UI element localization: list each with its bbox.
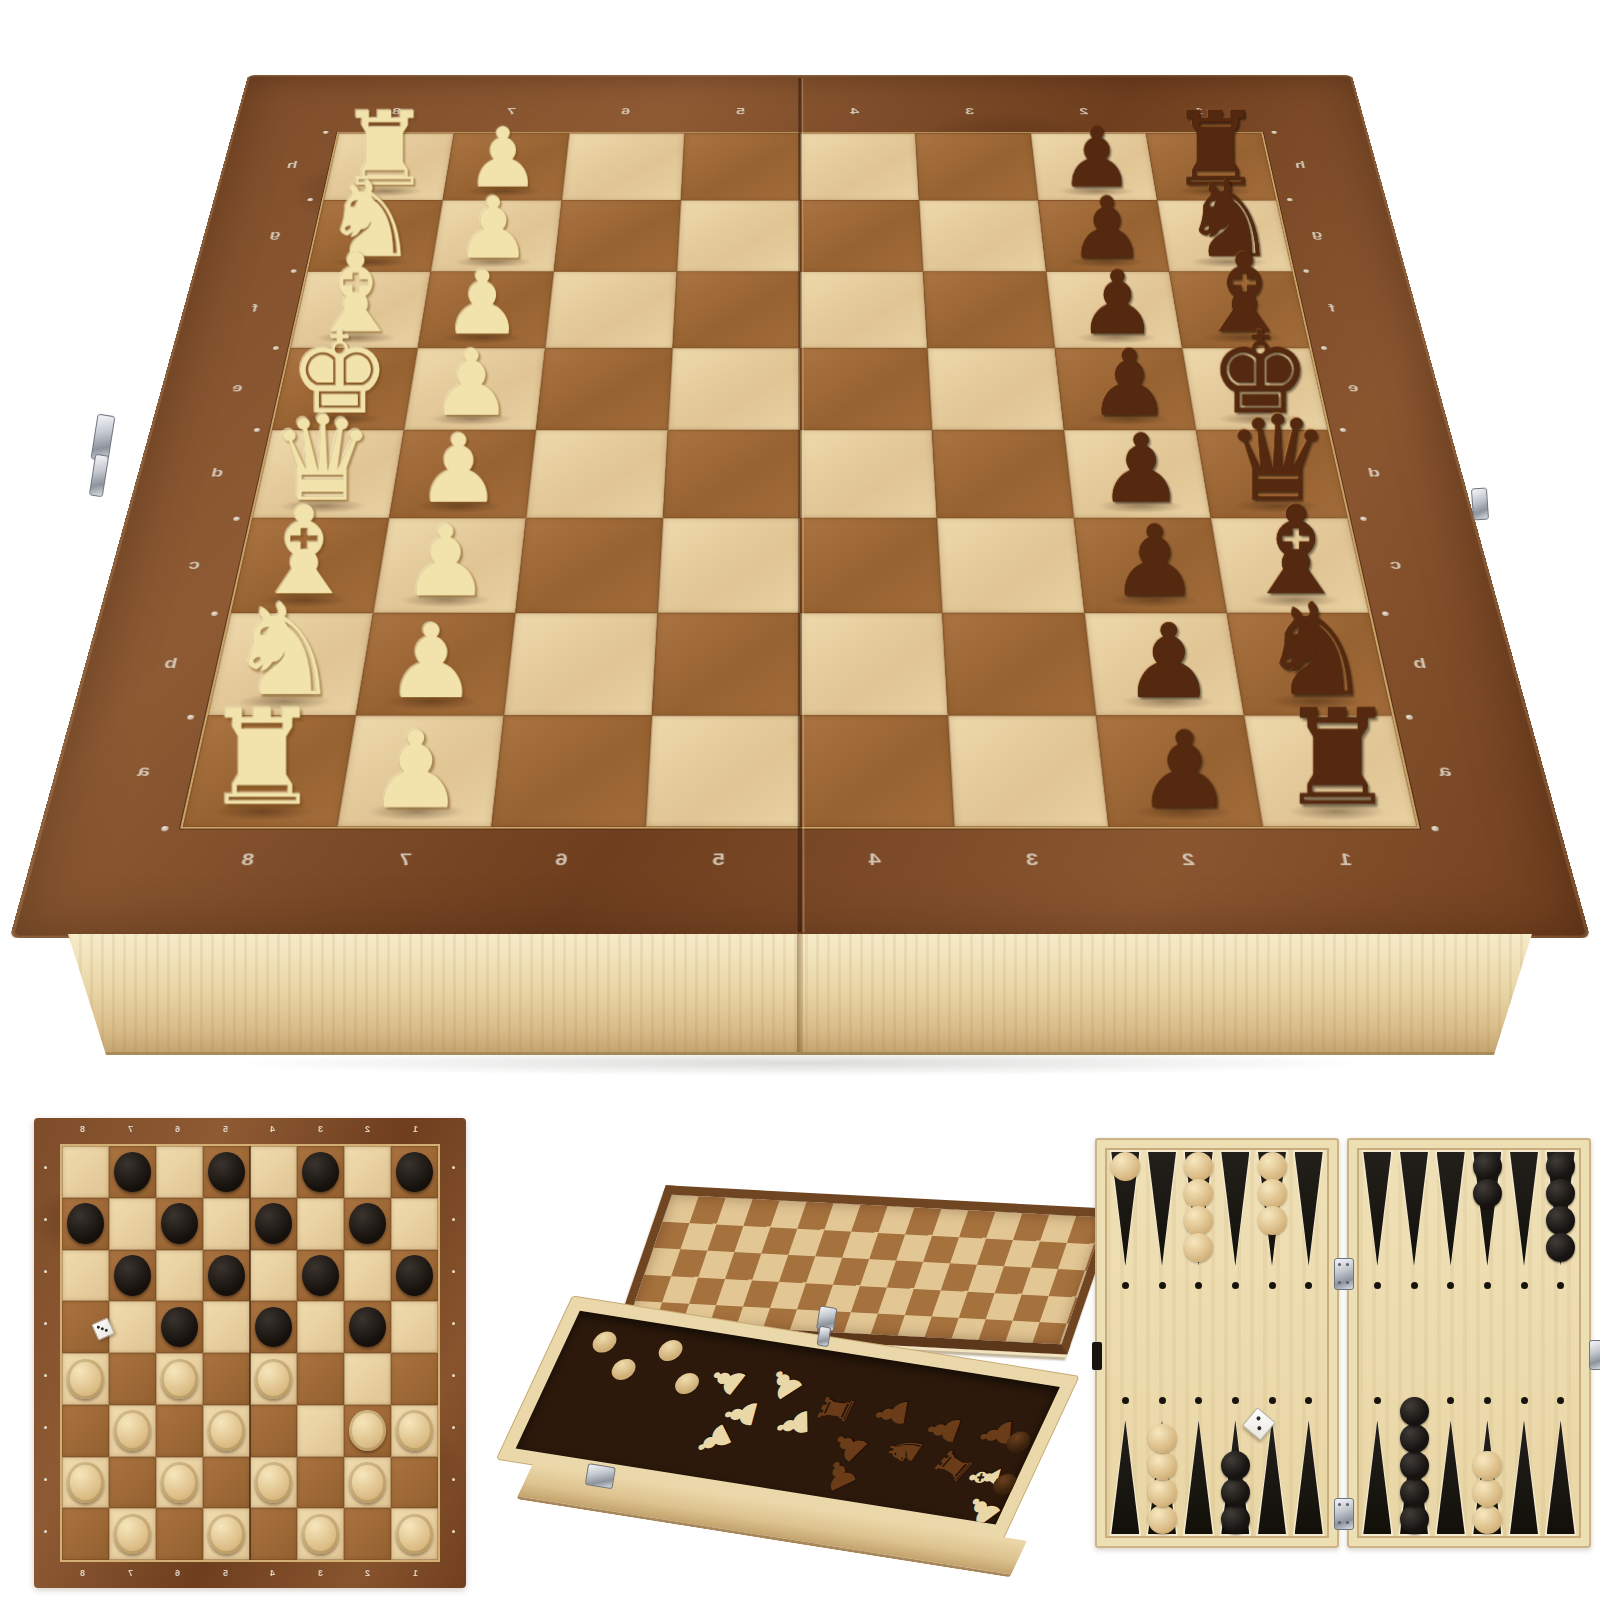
bg-point-bottom-1 xyxy=(1109,1418,1141,1536)
coord-rank-bottom-6: 6 xyxy=(554,850,568,870)
bg-hole-top xyxy=(1484,1282,1491,1289)
checkers-square-r4c5 xyxy=(250,1301,297,1353)
ck-coord-bottom-7: 7 xyxy=(128,1568,133,1578)
coord-file-left-a: a xyxy=(136,761,153,780)
checkers-square-r1c4 xyxy=(203,1146,250,1198)
chess-piece-black-r: ♜ xyxy=(1244,716,1417,827)
bg-checker-black-pt8 xyxy=(1400,1451,1429,1480)
bg-checker-black-pt8 xyxy=(1400,1424,1429,1453)
bg-checker-light-pt10 xyxy=(1473,1451,1502,1480)
stored-pawn-light: ♟ xyxy=(688,1417,740,1465)
clasp-right-icon xyxy=(1471,487,1489,520)
stored-pawn-dark: ♟ xyxy=(918,1413,969,1448)
checkers-square-r5c2 xyxy=(109,1353,156,1405)
coord-file-left-f: f xyxy=(250,302,259,315)
clasp-catch-icon xyxy=(89,454,109,498)
ck-coord-top-5: 5 xyxy=(223,1124,228,1134)
checkers-square-r1c1 xyxy=(62,1146,109,1198)
checker-light xyxy=(208,1514,245,1554)
checkers-square-r8c5 xyxy=(250,1508,297,1560)
checkers-square-r2c8 xyxy=(391,1198,438,1250)
ck-side-dot xyxy=(44,1270,47,1273)
folded-box-photo: ♟♟♟♟♟♜♟♟♞♟♜♟♟♝♟ xyxy=(525,1105,1085,1600)
ck-coord-top-1: 1 xyxy=(413,1124,418,1134)
bg-point-bottom-12 xyxy=(1545,1418,1577,1536)
bg-hole-top xyxy=(1305,1282,1312,1289)
ck-coord-top-7: 7 xyxy=(128,1124,133,1134)
bg-checker-light-pt3 xyxy=(1184,1233,1213,1262)
pearl-inlay xyxy=(1287,198,1293,201)
coord-rank-top-3: 3 xyxy=(964,106,974,117)
ck-coord-bottom-1: 1 xyxy=(413,1568,418,1578)
piece-glyph: ♟ xyxy=(339,717,493,824)
backgammon-photo xyxy=(1095,1070,1600,1600)
coord-file-right-a: a xyxy=(1437,761,1454,780)
checkers-board: 8877665544332211 xyxy=(34,1118,466,1588)
checkers-square-r8c1 xyxy=(62,1508,109,1560)
box-side-edge xyxy=(68,934,1532,1055)
checkers-square-r7c5 xyxy=(250,1457,297,1509)
piece-glyph: ♜ xyxy=(1261,692,1415,825)
checker-black xyxy=(302,1152,339,1192)
piece-glyph: ♟ xyxy=(1083,513,1225,612)
bg-point-bottom-11 xyxy=(1508,1418,1540,1536)
ck-coord-top-8: 8 xyxy=(80,1124,85,1134)
checkers-square-r3c7 xyxy=(344,1250,391,1302)
coord-rank-top-1: 1 xyxy=(1193,106,1204,117)
piece-glyph: ♟ xyxy=(1107,717,1261,824)
ck-coord-bottom-6: 6 xyxy=(175,1568,180,1578)
checkers-square-r8c4 xyxy=(203,1508,250,1560)
coord-rank-top-4: 4 xyxy=(850,106,859,117)
coord-file-left-g: g xyxy=(269,228,283,240)
ck-side-dot xyxy=(452,1322,455,1325)
point-fill xyxy=(1148,1152,1176,1266)
checkers-square-r7c2 xyxy=(109,1457,156,1509)
point-fill xyxy=(1437,1420,1465,1534)
ck-coord-bottom-3: 3 xyxy=(318,1568,323,1578)
ck-side-dot xyxy=(44,1478,47,1481)
box-clasp2-icon xyxy=(585,1463,616,1489)
coord-file-right-c: c xyxy=(1388,556,1403,572)
ck-side-dot xyxy=(44,1322,47,1325)
checkers-square-r5c4 xyxy=(203,1353,250,1405)
checker-light xyxy=(349,1410,386,1450)
checkers-square-r7c6 xyxy=(297,1457,344,1509)
checkers-square-r2c5 xyxy=(250,1198,297,1250)
checkers-square-r8c2 xyxy=(109,1508,156,1560)
bg-hole-bottom xyxy=(1557,1397,1564,1404)
chess-piece-white-p: ♟ xyxy=(337,716,504,827)
checkers-square-r5c8 xyxy=(391,1353,438,1405)
ck-side-dot xyxy=(44,1166,47,1169)
bg-hole-bottom xyxy=(1305,1397,1312,1404)
checkers-square-r2c1 xyxy=(62,1198,109,1250)
backgammon-right-half xyxy=(1347,1138,1591,1548)
piece-glyph: ♟ xyxy=(1073,422,1209,517)
hinge-bottom-icon xyxy=(1334,1498,1354,1530)
bg-checker-light-pt5 xyxy=(1258,1206,1287,1235)
bg-checker-light-pt2 xyxy=(1148,1505,1177,1534)
checkers-fold-seam xyxy=(249,1146,251,1560)
ck-side-dot xyxy=(452,1218,455,1221)
ck-side-dot xyxy=(44,1374,47,1377)
bg-hole-top xyxy=(1557,1282,1564,1289)
piece-glyph: ♟ xyxy=(358,611,505,714)
point-fill xyxy=(1510,1152,1538,1266)
point-fill xyxy=(1547,1420,1575,1534)
bg-hole-top xyxy=(1122,1282,1129,1289)
ck-coord-bottom-5: 5 xyxy=(223,1568,228,1578)
checkers-square-r3c2 xyxy=(109,1250,156,1302)
checkers-square-r7c4 xyxy=(203,1457,250,1509)
coord-rank-top-5: 5 xyxy=(735,106,744,117)
checkers-square-r6c6 xyxy=(297,1405,344,1457)
checkers-square-r2c6 xyxy=(297,1198,344,1250)
checker-black xyxy=(114,1152,151,1192)
coord-rank-top-7: 7 xyxy=(506,106,517,117)
checkers-square-r1c6 xyxy=(297,1146,344,1198)
bg-point-top-8 xyxy=(1398,1150,1430,1268)
checkers-square-r4c3 xyxy=(156,1301,203,1353)
checkers-square-r4c7 xyxy=(344,1301,391,1353)
checkers-square-r1c8 xyxy=(391,1146,438,1198)
checkers-square-r7c7 xyxy=(344,1457,391,1509)
ck-coord-bottom-4: 4 xyxy=(270,1568,275,1578)
coord-file-left-c: c xyxy=(187,556,202,572)
checkers-square-r3c5 xyxy=(250,1250,297,1302)
bg-hole-top xyxy=(1521,1282,1528,1289)
checkers-square-r4c4 xyxy=(203,1301,250,1353)
checker-black xyxy=(208,1255,245,1295)
checkers-square-r8c6 xyxy=(297,1508,344,1560)
bg-checker-light-pt5 xyxy=(1258,1152,1287,1181)
chess-piece-black-p: ♟ xyxy=(1085,613,1245,716)
bg-hole-top xyxy=(1447,1282,1454,1289)
bg-point-bottom-3 xyxy=(1183,1418,1215,1536)
checker-light xyxy=(67,1359,104,1399)
ck-side-dot xyxy=(44,1530,47,1533)
chess-piece-white-p: ♟ xyxy=(356,613,516,716)
bg-checker-light-pt2 xyxy=(1148,1451,1177,1480)
backgammon-left-half xyxy=(1095,1138,1339,1548)
point-fill xyxy=(1437,1152,1465,1266)
checker-light xyxy=(67,1462,104,1502)
bg-checker-black-pt10 xyxy=(1473,1152,1502,1181)
bg-checker-black-pt8 xyxy=(1400,1505,1429,1534)
bg-checker-black-pt12 xyxy=(1546,1206,1575,1235)
checker-light xyxy=(208,1410,245,1450)
bg-point-top-4 xyxy=(1219,1150,1251,1268)
checkers-square-r5c7 xyxy=(344,1353,391,1405)
bg-checker-light-pt3 xyxy=(1184,1206,1213,1235)
coord-file-right-d: d xyxy=(1366,465,1381,480)
bg-hole-bottom xyxy=(1232,1397,1239,1404)
bg-panel-left xyxy=(1107,1150,1327,1536)
point-fill xyxy=(1295,1152,1323,1266)
chess-board: ♜♞♝♚♛♝♞♜♟♟♟♟♟♟♟♟♟♟♟♟♟♟♟♟♜♞♝♚♛♝♞♜ hhggffe… xyxy=(9,75,1590,938)
bg-point-bottom-7 xyxy=(1361,1418,1393,1536)
checkers-square-r4c2 xyxy=(109,1301,156,1353)
bg-checker-black-pt8 xyxy=(1400,1397,1429,1426)
piece-glyph: ♟ xyxy=(375,513,517,612)
bg-checker-black-pt8 xyxy=(1400,1478,1429,1507)
ck-coord-top-4: 4 xyxy=(270,1124,275,1134)
checkers-square-r8c7 xyxy=(344,1508,391,1560)
point-fill xyxy=(1400,1152,1428,1266)
point-fill xyxy=(1363,1152,1391,1266)
checkers-square-r6c1 xyxy=(62,1405,109,1457)
stored-disc-light xyxy=(589,1330,620,1354)
bg-checker-black-pt12 xyxy=(1546,1152,1575,1181)
coord-rank-bottom-1: 1 xyxy=(1337,850,1353,870)
coord-file-right-e: e xyxy=(1346,381,1360,395)
checkers-square-r6c8 xyxy=(391,1405,438,1457)
bg-checker-light-pt10 xyxy=(1473,1505,1502,1534)
ck-side-dot xyxy=(452,1166,455,1169)
checkers-square-r8c8 xyxy=(391,1508,438,1560)
checkers-square-r5c6 xyxy=(297,1353,344,1405)
ck-side-dot xyxy=(452,1426,455,1429)
stored-rook-dark: ♜ xyxy=(810,1390,863,1428)
point-fill xyxy=(1363,1420,1391,1534)
hinge-top-icon xyxy=(1334,1258,1354,1290)
stored-pawn-light: ♟ xyxy=(699,1357,754,1402)
ck-side-dot xyxy=(44,1218,47,1221)
bg-hole-top xyxy=(1374,1282,1381,1289)
checker-black xyxy=(349,1203,386,1243)
checkers-square-r3c1 xyxy=(62,1250,109,1302)
bg-checker-light-pt2 xyxy=(1148,1424,1177,1453)
bg-panel-right xyxy=(1359,1150,1579,1536)
stored-disc-light xyxy=(655,1338,686,1362)
stored-pawn-dark: ♟ xyxy=(868,1396,914,1432)
checkers-square-r5c3 xyxy=(156,1353,203,1405)
checkers-square-r6c7 xyxy=(344,1405,391,1457)
bg-point-top-9 xyxy=(1435,1150,1467,1268)
ck-side-dot xyxy=(452,1374,455,1377)
checkers-photo: 8877665544332211 xyxy=(30,1062,470,1600)
checkers-square-r5c5 xyxy=(250,1353,297,1405)
chess-piece-white-p: ♟ xyxy=(373,518,526,613)
checkers-square-r5c1 xyxy=(62,1353,109,1405)
coord-file-right-h: h xyxy=(1294,159,1307,170)
bg-checker-light-pt2 xyxy=(1148,1478,1177,1507)
bg-hole-bottom xyxy=(1122,1397,1129,1404)
checker-black xyxy=(396,1152,433,1192)
checker-black xyxy=(255,1203,292,1243)
bg-checker-black-pt12 xyxy=(1546,1179,1575,1208)
checkers-square-r4c8 xyxy=(391,1301,438,1353)
ck-coord-bottom-8: 8 xyxy=(80,1568,85,1578)
checkers-square-r7c3 xyxy=(156,1457,203,1509)
piece-glyph: ♜ xyxy=(186,692,340,825)
ck-side-dot xyxy=(452,1478,455,1481)
piece-glyph: ♟ xyxy=(1095,611,1242,714)
bg-hole-bottom xyxy=(1374,1397,1381,1404)
ck-side-dot xyxy=(452,1270,455,1273)
bg-hole-top xyxy=(1269,1282,1276,1289)
ck-side-dot xyxy=(44,1426,47,1429)
checkers-square-r2c7 xyxy=(344,1198,391,1250)
bg-hole-top xyxy=(1195,1282,1202,1289)
pearl-inlay xyxy=(1271,131,1277,134)
checker-black xyxy=(349,1307,386,1347)
chess-piece-black-p: ♟ xyxy=(1096,716,1263,827)
bg-clasp-left-icon xyxy=(1092,1342,1102,1370)
coord-rank-bottom-5: 5 xyxy=(712,850,725,870)
checker-black xyxy=(255,1307,292,1347)
bg-checker-black-pt10 xyxy=(1473,1179,1502,1208)
checkers-square-r6c3 xyxy=(156,1405,203,1457)
checkers-square-r3c8 xyxy=(391,1250,438,1302)
pearl-inlay xyxy=(161,826,169,831)
checkers-square-r3c6 xyxy=(297,1250,344,1302)
bg-point-bottom-9 xyxy=(1435,1418,1467,1536)
checker-light xyxy=(396,1514,433,1554)
bg-point-bottom-6 xyxy=(1293,1418,1325,1536)
checker-black xyxy=(161,1203,198,1243)
point-fill xyxy=(1295,1420,1323,1534)
checkers-square-r3c3 xyxy=(156,1250,203,1302)
checker-light xyxy=(255,1359,292,1399)
bg-checker-light-pt1 xyxy=(1111,1152,1140,1181)
stored-disc-light xyxy=(608,1357,639,1381)
point-fill xyxy=(1221,1152,1249,1266)
stored-pawn-light: ♟ xyxy=(772,1404,814,1445)
coord-rank-bottom-8: 8 xyxy=(240,850,256,870)
bg-point-top-6 xyxy=(1293,1150,1325,1268)
bg-checker-black-pt4 xyxy=(1221,1505,1250,1534)
bg-hole-bottom xyxy=(1447,1397,1454,1404)
bg-point-top-11 xyxy=(1508,1150,1540,1268)
coord-file-right-b: b xyxy=(1411,655,1428,672)
checker-light xyxy=(349,1462,386,1502)
checkers-square-r1c3 xyxy=(156,1146,203,1198)
ck-coord-top-2: 2 xyxy=(365,1124,370,1134)
pearl-inlay xyxy=(1321,346,1328,350)
checkers-square-r7c8 xyxy=(391,1457,438,1509)
point-fill xyxy=(1111,1420,1139,1534)
coord-file-left-b: b xyxy=(163,655,180,672)
checkers-square-r3c4 xyxy=(203,1250,250,1302)
checker-black xyxy=(302,1255,339,1295)
pearl-inlay xyxy=(1431,826,1439,831)
checkers-square-r7c1 xyxy=(62,1457,109,1509)
bg-hole-top xyxy=(1232,1282,1239,1289)
coord-file-left-d: d xyxy=(210,465,225,480)
checkers-square-r4c6 xyxy=(297,1301,344,1353)
bg-hole-bottom xyxy=(1269,1397,1276,1404)
bg-checker-black-pt12 xyxy=(1546,1233,1575,1262)
bg-hole-top xyxy=(1411,1282,1418,1289)
bg-clasp-right-icon xyxy=(1589,1340,1600,1370)
bg-hole-bottom xyxy=(1484,1397,1491,1404)
coord-rank-bottom-3: 3 xyxy=(1025,850,1039,870)
bg-checker-light-pt3 xyxy=(1184,1179,1213,1208)
chess-piece-black-p: ♟ xyxy=(1074,518,1227,613)
chess-hero-photo: ♜♞♝♚♛♝♞♜♟♟♟♟♟♟♟♟♟♟♟♟♟♟♟♟♜♞♝♚♛♝♞♜ hhggffe… xyxy=(40,0,1560,1100)
checker-light xyxy=(255,1462,292,1502)
checkers-square-r1c2 xyxy=(109,1146,156,1198)
bg-hole-bottom xyxy=(1521,1397,1528,1404)
ck-coord-top-6: 6 xyxy=(175,1124,180,1134)
bg-checker-light-pt3 xyxy=(1184,1152,1213,1181)
coord-rank-bottom-7: 7 xyxy=(397,850,412,870)
checker-black xyxy=(114,1255,151,1295)
ck-coord-top-3: 3 xyxy=(318,1124,323,1134)
bg-checker-light-pt10 xyxy=(1473,1478,1502,1507)
bg-checker-black-pt4 xyxy=(1221,1478,1250,1507)
point-fill xyxy=(1185,1420,1213,1534)
checkers-square-r8c3 xyxy=(156,1508,203,1560)
bg-hole-bottom xyxy=(1159,1397,1166,1404)
checkers-square-r1c7 xyxy=(344,1146,391,1198)
checker-black xyxy=(161,1307,198,1347)
coord-file-right-f: f xyxy=(1328,302,1337,315)
bg-hole-top xyxy=(1159,1282,1166,1289)
coord-rank-bottom-2: 2 xyxy=(1181,850,1196,870)
ck-coord-bottom-2: 2 xyxy=(365,1568,370,1578)
checkers-square-r6c4 xyxy=(203,1405,250,1457)
checker-light xyxy=(161,1359,198,1399)
checker-black xyxy=(396,1255,433,1295)
checkers-square-r6c5 xyxy=(250,1405,297,1457)
point-fill xyxy=(1510,1420,1538,1534)
coord-file-left-e: e xyxy=(231,381,245,395)
coord-rank-bottom-4: 4 xyxy=(868,850,881,870)
bg-point-top-2 xyxy=(1146,1150,1178,1268)
chess-piece-white-r: ♜ xyxy=(183,716,356,827)
coord-file-left-h: h xyxy=(286,159,299,170)
checker-light xyxy=(114,1514,151,1554)
checker-light xyxy=(396,1410,433,1450)
checkers-square-r6c2 xyxy=(109,1405,156,1457)
checkers-square-r2c3 xyxy=(156,1198,203,1250)
checker-black xyxy=(208,1152,245,1192)
checker-light xyxy=(114,1410,151,1450)
checker-light xyxy=(161,1462,198,1502)
coord-rank-top-6: 6 xyxy=(621,106,631,117)
checkers-square-r2c2 xyxy=(109,1198,156,1250)
bg-checker-black-pt4 xyxy=(1221,1451,1250,1480)
ck-side-dot xyxy=(452,1530,455,1533)
coord-file-right-g: g xyxy=(1310,228,1323,240)
coord-rank-top-2: 2 xyxy=(1079,106,1090,117)
checker-black xyxy=(67,1203,104,1243)
pearl-inlay xyxy=(1303,269,1309,272)
piece-glyph: ♟ xyxy=(391,422,527,517)
box-side-fold-gap xyxy=(797,934,803,1052)
bg-hole-bottom xyxy=(1195,1397,1202,1404)
checker-light xyxy=(302,1514,339,1554)
checkers-square-r1c5 xyxy=(250,1146,297,1198)
checkers-square-r2c4 xyxy=(203,1198,250,1250)
bg-point-top-7 xyxy=(1361,1150,1393,1268)
bg-checker-light-pt5 xyxy=(1258,1179,1287,1208)
